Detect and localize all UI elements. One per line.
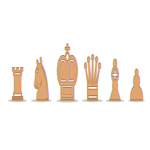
piece-pawn: ♟ xyxy=(127,61,146,111)
piece-rook: ♜ xyxy=(9,58,26,110)
piece-king: ♚ xyxy=(54,29,80,119)
piece-queen: ♛ xyxy=(81,42,103,114)
piece-row: ♜ ♞ ♚ ♛ ♝ ♟ xyxy=(9,29,146,119)
piece-knight: ♞ xyxy=(30,45,52,114)
chess-pieces-photo: ♜ ♞ ♚ ♛ ♝ ♟ xyxy=(0,0,150,150)
chess-pieces-canvas: ♜ ♞ ♚ ♛ ♝ ♟ xyxy=(0,0,150,150)
piece-bishop: ♝ xyxy=(105,48,126,113)
